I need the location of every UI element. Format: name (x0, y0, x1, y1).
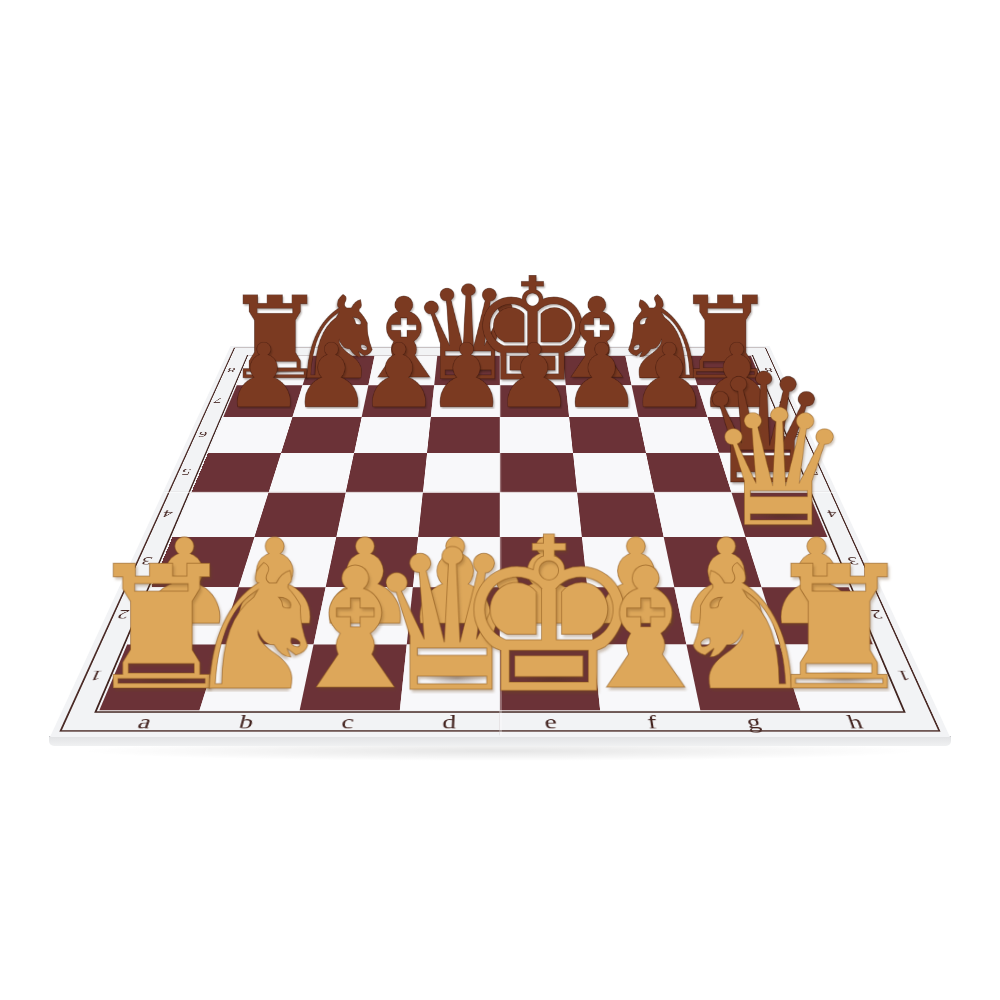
product-photo: ♜♞♝♛♚♝♞♜♟♟♟♟♟♟♟♟♛♛♟♟♟♟♟♟♟♟♜♞♝♛♚♝♞♜ abcde… (0, 0, 1000, 1000)
rank-label-text: 3 (139, 554, 155, 569)
file-label-f: f (600, 712, 705, 733)
file-label-d: d (397, 712, 500, 733)
rank-label-text: 5 (179, 466, 193, 478)
rank-label-text: 8 (763, 366, 774, 374)
rank-label-text: 4 (825, 507, 840, 520)
rank-label-text: 7 (776, 396, 788, 405)
rank-label-text: 8 (226, 366, 237, 374)
right-rank-label-1: 1 (884, 666, 924, 685)
right-rank-label-8: 8 (756, 366, 781, 374)
left-rank-label-7: 7 (204, 396, 230, 405)
left-rank-label-6: 6 (189, 429, 217, 439)
rank-label-text: 5 (807, 466, 821, 478)
rank-label-text: 1 (894, 666, 914, 685)
left-rank-label-5: 5 (171, 466, 201, 478)
right-rank-label-5: 5 (799, 466, 829, 478)
rank-label-text: 2 (868, 606, 886, 623)
right-rank-label-4: 4 (816, 507, 848, 520)
rank-label-text: 6 (196, 429, 209, 439)
rank-label-text: 3 (845, 554, 861, 569)
file-label-b: b (192, 712, 299, 733)
chess-board: ♜♞♝♛♚♝♞♜♟♟♟♟♟♟♟♟♛♛♟♟♟♟♟♟♟♟♜♞♝♛♚♝♞♜ abcde… (50, 346, 950, 737)
file-label-c: c (295, 712, 400, 733)
file-label-a: a (90, 712, 199, 733)
file-label-g: g (701, 712, 808, 733)
file-label-e: e (500, 712, 603, 733)
rank-label-text: 2 (114, 606, 132, 623)
scene: ♜♞♝♛♚♝♞♜♟♟♟♟♟♟♟♟♛♛♟♟♟♟♟♟♟♟♜♞♝♛♚♝♞♜ abcde… (0, 0, 1000, 1000)
right-rank-label-7: 7 (769, 396, 795, 405)
rank-label-text: 1 (86, 666, 106, 685)
right-rank-label-6: 6 (783, 429, 811, 439)
left-rank-label-8: 8 (219, 366, 244, 374)
rank-label-text: 4 (160, 507, 175, 520)
file-label-h: h (801, 712, 910, 733)
rank-label-text: 7 (212, 396, 224, 405)
left-rank-label-4: 4 (152, 507, 184, 520)
rank-label-text: 6 (791, 429, 804, 439)
